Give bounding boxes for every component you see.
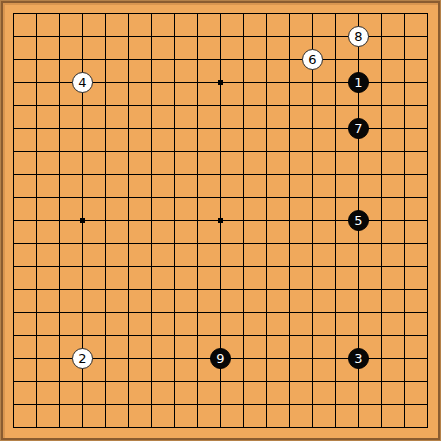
stone-white-6: 6 — [302, 49, 323, 70]
stone-black-5: 5 — [348, 210, 369, 231]
go-diagram: 123456789 — [0, 0, 441, 441]
stone-white-4: 4 — [72, 72, 93, 93]
stone-black-7: 7 — [348, 118, 369, 139]
board-grid: 123456789 — [2, 2, 439, 439]
go-board: 123456789 — [0, 0, 441, 441]
stone-white-2: 2 — [72, 348, 93, 369]
stone-white-8: 8 — [348, 26, 369, 47]
stone-black-3: 3 — [348, 348, 369, 369]
stone-black-1: 1 — [348, 72, 369, 93]
star-point-k16 — [218, 80, 223, 85]
star-point-d10 — [80, 218, 85, 223]
star-point-k10 — [218, 218, 223, 223]
stone-black-9: 9 — [210, 348, 231, 369]
